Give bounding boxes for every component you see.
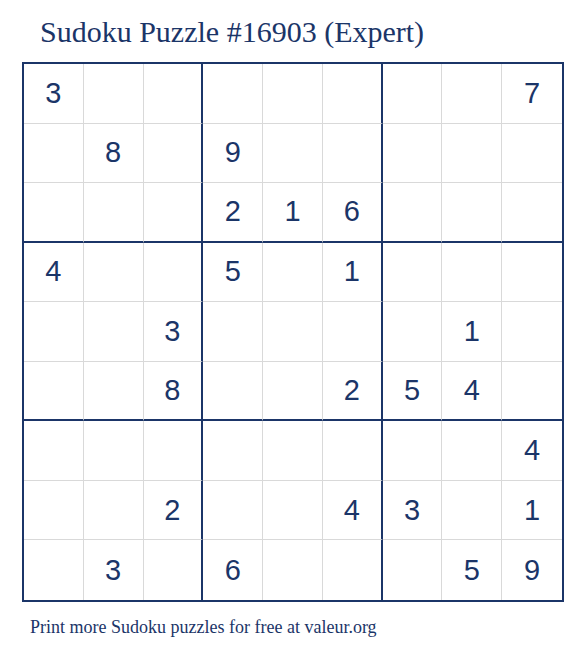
sudoku-cell-r8c4[interactable] — [203, 481, 263, 541]
sudoku-cell-r9c1[interactable] — [24, 540, 84, 600]
sudoku-cell-r7c6[interactable] — [323, 421, 383, 481]
sudoku-cell-r6c7[interactable]: 5 — [383, 362, 443, 422]
sudoku-cell-r5c9[interactable] — [502, 302, 562, 362]
sudoku-cell-r8c7[interactable]: 3 — [383, 481, 443, 541]
sudoku-cell-r5c8[interactable]: 1 — [442, 302, 502, 362]
sudoku-cell-r2c6[interactable] — [323, 124, 383, 184]
sudoku-cell-r5c4[interactable] — [203, 302, 263, 362]
sudoku-cell-r8c6[interactable]: 4 — [323, 481, 383, 541]
sudoku-cell-r6c5[interactable] — [263, 362, 323, 422]
sudoku-cell-r4c5[interactable] — [263, 243, 323, 303]
sudoku-cell-r7c1[interactable] — [24, 421, 84, 481]
sudoku-cell-r7c7[interactable] — [383, 421, 443, 481]
sudoku-cell-r2c4[interactable]: 9 — [203, 124, 263, 184]
sudoku-cell-r5c7[interactable] — [383, 302, 443, 362]
puzzle-title: Sudoku Puzzle #16903 (Expert) — [40, 15, 424, 49]
sudoku-cell-r4c3[interactable] — [144, 243, 204, 303]
sudoku-cell-r2c3[interactable] — [144, 124, 204, 184]
sudoku-cell-r1c6[interactable] — [323, 64, 383, 124]
sudoku-cell-r3c7[interactable] — [383, 183, 443, 243]
sudoku-cell-r4c2[interactable] — [84, 243, 144, 303]
sudoku-cell-r4c9[interactable] — [502, 243, 562, 303]
sudoku-cell-r8c2[interactable] — [84, 481, 144, 541]
sudoku-cell-r5c5[interactable] — [263, 302, 323, 362]
sudoku-cell-r9c9[interactable]: 9 — [502, 540, 562, 600]
footer-note: Print more Sudoku puzzles for free at va… — [30, 617, 377, 638]
sudoku-cell-r2c7[interactable] — [383, 124, 443, 184]
sudoku-cell-r3c6[interactable]: 6 — [323, 183, 383, 243]
sudoku-cell-r4c7[interactable] — [383, 243, 443, 303]
sudoku-cell-r6c8[interactable]: 4 — [442, 362, 502, 422]
sudoku-cell-r4c4[interactable]: 5 — [203, 243, 263, 303]
sudoku-cell-r9c4[interactable]: 6 — [203, 540, 263, 600]
sudoku-cell-r3c2[interactable] — [84, 183, 144, 243]
sudoku-cell-r6c1[interactable] — [24, 362, 84, 422]
sudoku-cell-r5c6[interactable] — [323, 302, 383, 362]
sudoku-cell-r3c5[interactable]: 1 — [263, 183, 323, 243]
sudoku-cell-r7c5[interactable] — [263, 421, 323, 481]
sudoku-cell-r3c8[interactable] — [442, 183, 502, 243]
sudoku-cell-r6c2[interactable] — [84, 362, 144, 422]
sudoku-cell-r4c1[interactable]: 4 — [24, 243, 84, 303]
sudoku-cell-r1c7[interactable] — [383, 64, 443, 124]
sudoku-cell-r3c9[interactable] — [502, 183, 562, 243]
sudoku-cell-r5c3[interactable]: 3 — [144, 302, 204, 362]
sudoku-cell-r8c5[interactable] — [263, 481, 323, 541]
sudoku-cell-r2c2[interactable]: 8 — [84, 124, 144, 184]
sudoku-cell-r1c2[interactable] — [84, 64, 144, 124]
sudoku-cell-r1c1[interactable]: 3 — [24, 64, 84, 124]
sudoku-cell-r9c7[interactable] — [383, 540, 443, 600]
sudoku-cell-r1c8[interactable] — [442, 64, 502, 124]
sudoku-cell-r7c9[interactable]: 4 — [502, 421, 562, 481]
sudoku-cell-r9c3[interactable] — [144, 540, 204, 600]
sudoku-cell-r8c8[interactable] — [442, 481, 502, 541]
sudoku-cell-r3c4[interactable]: 2 — [203, 183, 263, 243]
sudoku-cell-r6c6[interactable]: 2 — [323, 362, 383, 422]
sudoku-cell-r7c2[interactable] — [84, 421, 144, 481]
sudoku-cell-r2c1[interactable] — [24, 124, 84, 184]
sudoku-cell-r3c1[interactable] — [24, 183, 84, 243]
sudoku-cell-r3c3[interactable] — [144, 183, 204, 243]
sudoku-cell-r2c9[interactable] — [502, 124, 562, 184]
sudoku-cell-r1c3[interactable] — [144, 64, 204, 124]
sudoku-cell-r7c8[interactable] — [442, 421, 502, 481]
sudoku-cell-r1c5[interactable] — [263, 64, 323, 124]
sudoku-cell-r6c4[interactable] — [203, 362, 263, 422]
sudoku-cell-r2c5[interactable] — [263, 124, 323, 184]
sudoku-cell-r7c3[interactable] — [144, 421, 204, 481]
sudoku-cell-r5c1[interactable] — [24, 302, 84, 362]
sudoku-cell-r8c1[interactable] — [24, 481, 84, 541]
sudoku-cell-r8c9[interactable]: 1 — [502, 481, 562, 541]
sudoku-cell-r7c4[interactable] — [203, 421, 263, 481]
sudoku-cell-r1c4[interactable] — [203, 64, 263, 124]
sudoku-cell-r9c8[interactable]: 5 — [442, 540, 502, 600]
sudoku-cell-r2c8[interactable] — [442, 124, 502, 184]
sudoku-cell-r9c5[interactable] — [263, 540, 323, 600]
sudoku-cell-r6c3[interactable]: 8 — [144, 362, 204, 422]
sudoku-cell-r4c6[interactable]: 1 — [323, 243, 383, 303]
sudoku-cell-r5c2[interactable] — [84, 302, 144, 362]
sudoku-board: 3789216451318254424313659 — [22, 62, 564, 602]
sudoku-cell-r9c2[interactable]: 3 — [84, 540, 144, 600]
sudoku-cell-r1c9[interactable]: 7 — [502, 64, 562, 124]
sudoku-cell-r4c8[interactable] — [442, 243, 502, 303]
sudoku-cell-r8c3[interactable]: 2 — [144, 481, 204, 541]
sudoku-cell-r9c6[interactable] — [323, 540, 383, 600]
sudoku-cell-r6c9[interactable] — [502, 362, 562, 422]
